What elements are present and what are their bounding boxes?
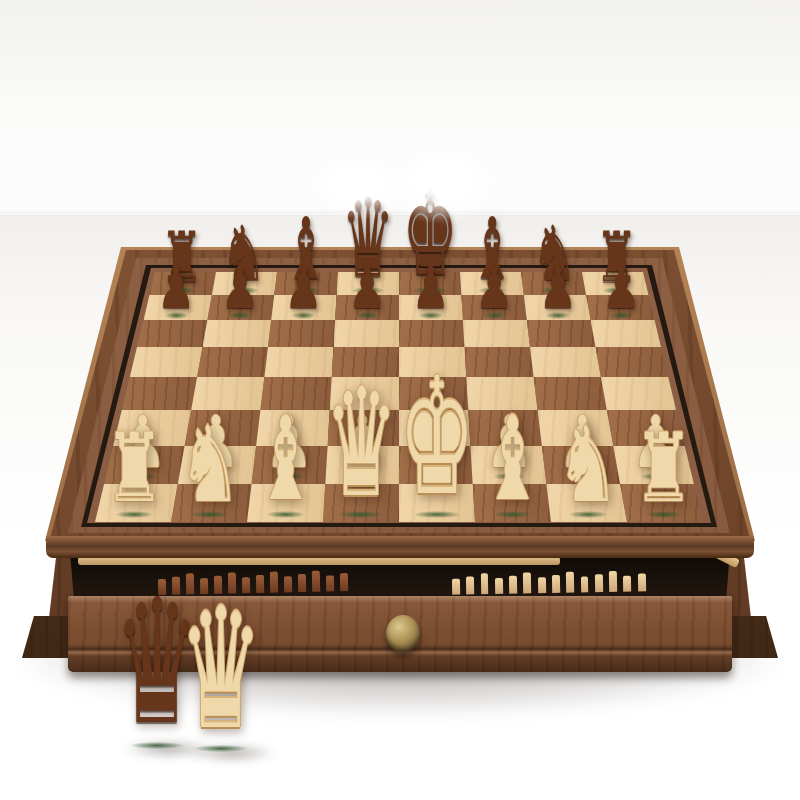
spare-pieces-layer: ♛♛ (0, 0, 800, 800)
product-photo-scene: ♜♞♝♛♚♝♞♜♟♟♟♟♟♟♟♟♟♟♟♟♟♟♟♟♜♞♝♛♚♝♞♜ ♛♛ (0, 0, 800, 800)
spare-queen-light[interactable]: ♛ (179, 661, 262, 749)
lens-glare (382, 140, 504, 222)
